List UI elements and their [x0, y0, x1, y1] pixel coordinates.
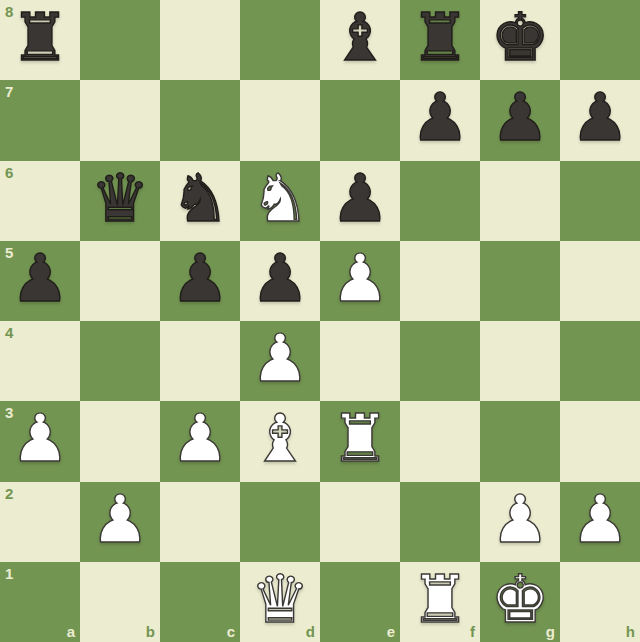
file-label-e: e [387, 623, 395, 640]
square-d2[interactable] [240, 482, 320, 562]
square-g4[interactable] [480, 321, 560, 401]
piece-white-pawn[interactable]: ♟ [250, 326, 309, 392]
square-d8[interactable] [240, 0, 320, 80]
square-e3[interactable]: ♜ [320, 401, 400, 481]
square-f7[interactable]: ♟ [400, 80, 480, 160]
piece-white-queen[interactable]: ♛ [250, 567, 309, 633]
piece-black-knight[interactable]: ♞ [170, 166, 229, 232]
chess-board: 8♜♝♜♚7♟♟♟6♛♞♞♟5♟♟♟♟4♟3♟♟♝♜2♟♟♟1abcd♛ef♜g… [0, 0, 640, 642]
square-d3[interactable]: ♝ [240, 401, 320, 481]
piece-white-pawn[interactable]: ♟ [170, 406, 229, 472]
square-d6[interactable]: ♞ [240, 161, 320, 241]
square-h2[interactable]: ♟ [560, 482, 640, 562]
file-label-a: a [67, 623, 75, 640]
square-c5[interactable]: ♟ [160, 241, 240, 321]
piece-white-bishop[interactable]: ♝ [250, 406, 309, 472]
piece-black-bishop[interactable]: ♝ [330, 5, 389, 71]
square-h8[interactable] [560, 0, 640, 80]
square-g8[interactable]: ♚ [480, 0, 560, 80]
square-g1[interactable]: g♚ [480, 562, 560, 642]
square-c7[interactable] [160, 80, 240, 160]
square-d1[interactable]: d♛ [240, 562, 320, 642]
square-h7[interactable]: ♟ [560, 80, 640, 160]
square-a8[interactable]: 8♜ [0, 0, 80, 80]
file-label-f: f [470, 623, 475, 640]
square-f4[interactable] [400, 321, 480, 401]
square-c4[interactable] [160, 321, 240, 401]
square-c1[interactable]: c [160, 562, 240, 642]
piece-white-pawn[interactable]: ♟ [570, 487, 629, 553]
square-e4[interactable] [320, 321, 400, 401]
piece-white-pawn[interactable]: ♟ [90, 487, 149, 553]
square-f1[interactable]: f♜ [400, 562, 480, 642]
square-e7[interactable] [320, 80, 400, 160]
square-h1[interactable]: h [560, 562, 640, 642]
square-h4[interactable] [560, 321, 640, 401]
file-label-b: b [146, 623, 155, 640]
square-e8[interactable]: ♝ [320, 0, 400, 80]
piece-black-pawn[interactable]: ♟ [490, 85, 549, 151]
square-c2[interactable] [160, 482, 240, 562]
square-e2[interactable] [320, 482, 400, 562]
piece-black-pawn[interactable]: ♟ [10, 246, 69, 312]
square-e5[interactable]: ♟ [320, 241, 400, 321]
square-h6[interactable] [560, 161, 640, 241]
square-h5[interactable] [560, 241, 640, 321]
square-a7[interactable]: 7 [0, 80, 80, 160]
rank-label-2: 2 [5, 485, 13, 502]
square-c3[interactable]: ♟ [160, 401, 240, 481]
square-f2[interactable] [400, 482, 480, 562]
square-g6[interactable] [480, 161, 560, 241]
square-d5[interactable]: ♟ [240, 241, 320, 321]
file-label-h: h [626, 623, 635, 640]
square-b4[interactable] [80, 321, 160, 401]
square-e1[interactable]: e [320, 562, 400, 642]
piece-black-rook[interactable]: ♜ [410, 5, 469, 71]
square-a3[interactable]: 3♟ [0, 401, 80, 481]
piece-black-queen[interactable]: ♛ [90, 166, 149, 232]
piece-white-knight[interactable]: ♞ [250, 166, 309, 232]
square-a4[interactable]: 4 [0, 321, 80, 401]
piece-black-pawn[interactable]: ♟ [410, 85, 469, 151]
square-f5[interactable] [400, 241, 480, 321]
square-b5[interactable] [80, 241, 160, 321]
square-f8[interactable]: ♜ [400, 0, 480, 80]
piece-white-pawn[interactable]: ♟ [10, 406, 69, 472]
square-b7[interactable] [80, 80, 160, 160]
piece-black-king[interactable]: ♚ [490, 5, 549, 71]
square-d7[interactable] [240, 80, 320, 160]
piece-white-pawn[interactable]: ♟ [490, 487, 549, 553]
piece-white-king[interactable]: ♚ [490, 567, 549, 633]
square-g2[interactable]: ♟ [480, 482, 560, 562]
piece-black-rook[interactable]: ♜ [10, 5, 69, 71]
square-g5[interactable] [480, 241, 560, 321]
square-e6[interactable]: ♟ [320, 161, 400, 241]
rank-label-6: 6 [5, 164, 13, 181]
piece-white-rook[interactable]: ♜ [410, 567, 469, 633]
square-b2[interactable]: ♟ [80, 482, 160, 562]
square-a1[interactable]: 1a [0, 562, 80, 642]
rank-label-1: 1 [5, 565, 13, 582]
square-a2[interactable]: 2 [0, 482, 80, 562]
square-b6[interactable]: ♛ [80, 161, 160, 241]
square-b3[interactable] [80, 401, 160, 481]
square-f6[interactable] [400, 161, 480, 241]
piece-white-pawn[interactable]: ♟ [330, 246, 389, 312]
piece-white-rook[interactable]: ♜ [330, 406, 389, 472]
square-c6[interactable]: ♞ [160, 161, 240, 241]
square-d4[interactable]: ♟ [240, 321, 320, 401]
square-a6[interactable]: 6 [0, 161, 80, 241]
square-b8[interactable] [80, 0, 160, 80]
rank-label-4: 4 [5, 324, 13, 341]
square-g7[interactable]: ♟ [480, 80, 560, 160]
square-f3[interactable] [400, 401, 480, 481]
piece-black-pawn[interactable]: ♟ [170, 246, 229, 312]
piece-black-pawn[interactable]: ♟ [570, 85, 629, 151]
square-c8[interactable] [160, 0, 240, 80]
square-g3[interactable] [480, 401, 560, 481]
rank-label-7: 7 [5, 83, 13, 100]
square-b1[interactable]: b [80, 562, 160, 642]
file-label-c: c [227, 623, 235, 640]
piece-black-pawn[interactable]: ♟ [330, 166, 389, 232]
square-h3[interactable] [560, 401, 640, 481]
piece-black-pawn[interactable]: ♟ [250, 246, 309, 312]
square-a5[interactable]: 5♟ [0, 241, 80, 321]
